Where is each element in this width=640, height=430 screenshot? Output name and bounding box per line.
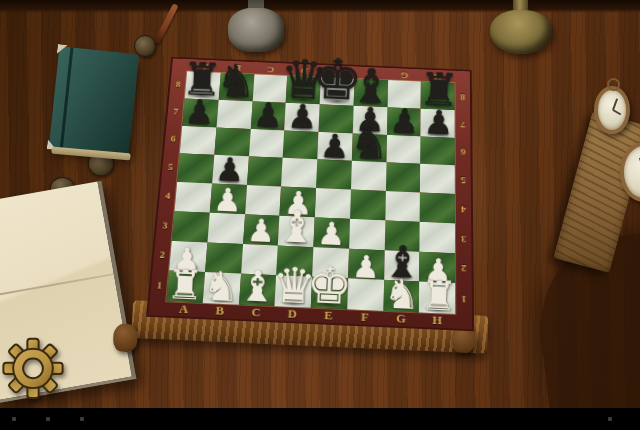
square-d3[interactable]: ♝ bbox=[278, 216, 315, 247]
square-c7[interactable]: ♟ bbox=[250, 101, 286, 130]
black-pawn[interactable]: ♟ bbox=[320, 131, 351, 162]
watch-hand bbox=[613, 109, 622, 115]
square-e6[interactable]: ♟ bbox=[317, 132, 352, 161]
board-grid: ♜♞♛♚♝♜♟♟♟♟♟♟♟♞♟♟♟♟♝♟♟♟♝♟♜♞♝♛♚♞♜ bbox=[166, 71, 455, 314]
book-spine bbox=[60, 47, 74, 149]
square-f4[interactable] bbox=[350, 190, 386, 221]
coordinate-label: 4 bbox=[455, 194, 471, 224]
white-pawn[interactable]: ♟ bbox=[213, 185, 243, 215]
candlestick bbox=[490, 0, 552, 58]
square-b3[interactable] bbox=[207, 212, 244, 243]
square-f6[interactable]: ♞ bbox=[352, 133, 387, 162]
nav-home-button[interactable] bbox=[46, 417, 50, 421]
square-c6[interactable] bbox=[248, 129, 284, 158]
square-a7[interactable]: ♟ bbox=[182, 98, 218, 127]
square-e4[interactable] bbox=[315, 188, 351, 219]
square-b7[interactable] bbox=[216, 100, 252, 129]
square-h5[interactable] bbox=[420, 164, 455, 194]
square-b4[interactable]: ♟ bbox=[210, 183, 247, 214]
coordinate-label: 6 bbox=[455, 137, 471, 166]
inkwell bbox=[228, 0, 284, 52]
coordinate-label: 7 bbox=[455, 110, 471, 138]
square-d6[interactable] bbox=[283, 130, 319, 159]
square-h3[interactable] bbox=[420, 222, 455, 253]
pocket-watch bbox=[594, 86, 630, 134]
white-knight[interactable]: ♞ bbox=[202, 268, 240, 307]
white-pawn[interactable]: ♟ bbox=[246, 217, 275, 247]
white-knight[interactable]: ♞ bbox=[383, 275, 421, 314]
square-h6[interactable] bbox=[420, 136, 454, 166]
inkwell-body bbox=[228, 8, 284, 52]
square-e5[interactable] bbox=[316, 159, 352, 189]
white-queen[interactable]: ♛ bbox=[271, 263, 317, 310]
square-g4[interactable] bbox=[385, 191, 420, 222]
gear-icon bbox=[3, 339, 62, 398]
square-d1[interactable]: ♛ bbox=[275, 275, 312, 307]
square-h4[interactable] bbox=[420, 193, 455, 224]
black-knight[interactable]: ♞ bbox=[349, 122, 390, 164]
square-b1[interactable]: ♞ bbox=[202, 272, 240, 304]
square-a1[interactable]: ♜ bbox=[166, 271, 205, 303]
square-a6[interactable] bbox=[180, 126, 217, 155]
coordinate-label: 1 bbox=[455, 283, 472, 315]
square-e8[interactable]: ♚ bbox=[320, 77, 355, 105]
square-a3[interactable] bbox=[172, 211, 210, 242]
square-e1[interactable]: ♚ bbox=[311, 277, 348, 309]
paper-crease bbox=[0, 273, 114, 300]
square-g5[interactable] bbox=[385, 162, 420, 192]
square-a4[interactable] bbox=[175, 182, 212, 213]
black-pawn[interactable]: ♟ bbox=[252, 100, 283, 132]
coordinate-label: 2 bbox=[455, 253, 472, 284]
white-pawn[interactable]: ♟ bbox=[352, 252, 381, 282]
square-b8[interactable]: ♞ bbox=[218, 73, 254, 101]
square-h1[interactable]: ♜ bbox=[419, 282, 455, 314]
book-metal-corner bbox=[57, 44, 68, 55]
watch-bow bbox=[607, 78, 620, 91]
black-pawn[interactable]: ♟ bbox=[423, 107, 454, 139]
board-foot-left bbox=[113, 323, 138, 352]
candlestick-base bbox=[490, 10, 552, 54]
square-f2[interactable]: ♟ bbox=[348, 248, 384, 280]
white-pawn[interactable]: ♟ bbox=[317, 220, 346, 250]
square-g1[interactable]: ♞ bbox=[383, 280, 419, 312]
square-c3[interactable]: ♟ bbox=[243, 214, 280, 245]
coordinate-label: 5 bbox=[455, 166, 471, 195]
black-pawn[interactable]: ♟ bbox=[286, 101, 317, 133]
square-f5[interactable] bbox=[351, 161, 386, 191]
square-d7[interactable]: ♟ bbox=[284, 103, 319, 132]
white-bishop[interactable]: ♝ bbox=[276, 206, 317, 248]
chess-app-screen: ABCDEFGH ABCDEFGH 87654321 87654321 ♜♞♛♚… bbox=[0, 0, 640, 430]
square-c4[interactable] bbox=[245, 185, 282, 216]
square-f3[interactable] bbox=[349, 219, 385, 250]
square-h7[interactable]: ♟ bbox=[421, 109, 455, 138]
board-frame: ABCDEFGH ABCDEFGH 87654321 87654321 ♜♞♛♚… bbox=[148, 58, 472, 329]
android-navigation-bar bbox=[0, 408, 640, 430]
teal-book bbox=[49, 46, 139, 156]
nav-recents-button[interactable] bbox=[80, 417, 84, 421]
nav-back-button[interactable] bbox=[12, 417, 16, 421]
black-pawn[interactable]: ♟ bbox=[389, 106, 420, 138]
nav-status-dot bbox=[608, 417, 612, 421]
coordinate-label: F bbox=[346, 309, 383, 325]
square-a5[interactable] bbox=[177, 153, 214, 183]
white-rook[interactable]: ♜ bbox=[166, 266, 204, 305]
square-e3[interactable]: ♟ bbox=[313, 217, 349, 248]
square-c5[interactable] bbox=[247, 156, 283, 186]
square-g6[interactable] bbox=[386, 135, 421, 164]
white-rook[interactable]: ♜ bbox=[419, 277, 457, 316]
settings-gear-button[interactable] bbox=[2, 334, 64, 400]
square-g7[interactable]: ♟ bbox=[387, 107, 421, 136]
square-f1[interactable] bbox=[347, 278, 384, 310]
coordinate-label: 3 bbox=[455, 223, 471, 253]
black-pawn[interactable]: ♟ bbox=[184, 97, 215, 129]
